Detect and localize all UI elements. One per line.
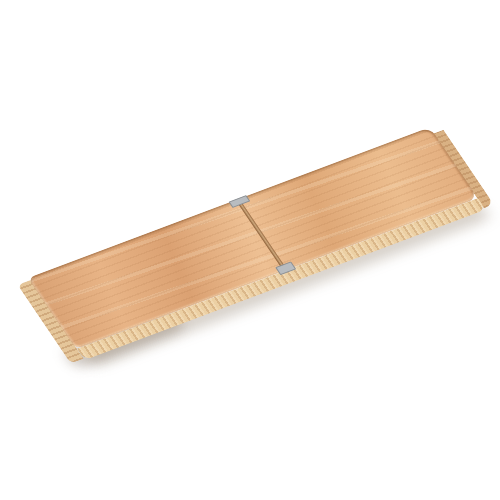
mancala-board [28, 127, 478, 349]
product-photo-scene [0, 0, 500, 500]
fold-seam [236, 199, 288, 271]
